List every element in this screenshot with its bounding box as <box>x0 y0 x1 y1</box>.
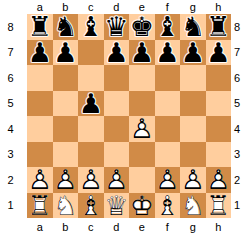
square-a5[interactable] <box>27 91 53 117</box>
rank-labels-right: 87654321 <box>231 14 243 218</box>
piece-black-pawn[interactable]: ♟ <box>206 40 232 66</box>
piece-outline: ♙ <box>27 167 53 193</box>
square-a7[interactable]: ♟ <box>27 40 53 66</box>
piece-black-pawn[interactable]: ♟ <box>78 91 104 117</box>
piece-white-knight[interactable]: ♞♘ <box>180 193 206 219</box>
piece-glyph: ♟ <box>53 40 79 66</box>
square-c7[interactable] <box>78 40 104 66</box>
chessboard-widget: abcdefgh 87654321 ♜♞♝♛♚♝♞♜♟♟♟♟♟♟♟♟♟♙♟♙♟♙… <box>0 0 243 240</box>
rank-label-5-left: 5 <box>0 91 21 117</box>
piece-white-pawn[interactable]: ♟♙ <box>27 167 53 193</box>
piece-glyph: ♟ <box>129 40 155 66</box>
piece-glyph: ♚ <box>129 14 155 40</box>
rank-label-5-right: 5 <box>231 91 243 117</box>
square-b7[interactable]: ♟ <box>53 40 79 66</box>
rank-label-8-left: 8 <box>0 14 21 40</box>
rank-label-3-right: 3 <box>231 142 243 168</box>
piece-glyph: ♞ <box>180 14 206 40</box>
piece-outline: ♙ <box>78 167 104 193</box>
piece-outline: ♙ <box>104 167 130 193</box>
piece-black-rook[interactable]: ♜ <box>27 14 53 40</box>
piece-outline: ♙ <box>155 167 181 193</box>
piece-black-knight[interactable]: ♞ <box>53 14 79 40</box>
piece-glyph: ♟ <box>78 91 104 117</box>
rank-label-1-right: 1 <box>231 193 243 219</box>
piece-glyph: ♝ <box>155 14 181 40</box>
square-b8[interactable]: ♞ <box>53 14 79 40</box>
piece-glyph: ♟ <box>206 40 232 66</box>
square-a4[interactable] <box>27 116 53 142</box>
square-d6[interactable] <box>104 65 130 91</box>
piece-white-pawn[interactable]: ♟♙ <box>78 167 104 193</box>
piece-glyph: ♟ <box>155 40 181 66</box>
file-label-e-bottom: e <box>129 220 155 234</box>
square-g6[interactable] <box>180 65 206 91</box>
square-a2[interactable]: ♟♙ <box>27 167 53 193</box>
square-e1[interactable]: ♚♔ <box>129 193 155 219</box>
chess-board[interactable]: ♜♞♝♛♚♝♞♜♟♟♟♟♟♟♟♟♟♙♟♙♟♙♟♙♟♙♟♙♟♙♟♙♜♖♞♘♝♗♛♕… <box>27 14 231 218</box>
square-e5[interactable] <box>129 91 155 117</box>
piece-glyph: ♞ <box>53 14 79 40</box>
piece-outline: ♖ <box>27 193 53 219</box>
piece-glyph: ♜ <box>206 14 232 40</box>
piece-white-pawn[interactable]: ♟♙ <box>155 167 181 193</box>
piece-outline: ♗ <box>155 193 181 219</box>
square-h1[interactable]: ♜♖ <box>206 193 232 219</box>
piece-white-rook[interactable]: ♜♖ <box>206 193 232 219</box>
piece-black-king[interactable]: ♚ <box>129 14 155 40</box>
piece-black-pawn[interactable]: ♟ <box>53 40 79 66</box>
piece-outline: ♙ <box>129 116 155 142</box>
piece-white-king[interactable]: ♚♔ <box>129 193 155 219</box>
piece-black-pawn[interactable]: ♟ <box>129 40 155 66</box>
file-label-d-bottom: d <box>104 220 130 234</box>
square-f6[interactable] <box>155 65 181 91</box>
square-b4[interactable] <box>53 116 79 142</box>
piece-outline: ♙ <box>180 167 206 193</box>
square-h2[interactable]: ♟♙ <box>206 167 232 193</box>
piece-white-pawn[interactable]: ♟♙ <box>53 167 79 193</box>
square-a6[interactable] <box>27 65 53 91</box>
square-g5[interactable] <box>180 91 206 117</box>
rank-label-6-right: 6 <box>231 65 243 91</box>
piece-white-bishop[interactable]: ♝♗ <box>155 193 181 219</box>
piece-outline: ♗ <box>78 193 104 219</box>
square-h5[interactable] <box>206 91 232 117</box>
file-labels-bottom: abcdefgh <box>27 220 231 234</box>
square-b5[interactable] <box>53 91 79 117</box>
rank-labels-left: 87654321 <box>0 14 21 218</box>
square-c2[interactable]: ♟♙ <box>78 167 104 193</box>
rank-label-4-right: 4 <box>231 116 243 142</box>
square-c1[interactable]: ♝♗ <box>78 193 104 219</box>
square-c4[interactable] <box>78 116 104 142</box>
piece-black-pawn[interactable]: ♟ <box>155 40 181 66</box>
piece-black-rook[interactable]: ♜ <box>206 14 232 40</box>
file-label-h-bottom: h <box>206 220 232 234</box>
square-b2[interactable]: ♟♙ <box>53 167 79 193</box>
square-h3[interactable] <box>206 142 232 168</box>
rank-label-2-right: 2 <box>231 167 243 193</box>
square-c8[interactable]: ♝ <box>78 14 104 40</box>
square-a1[interactable]: ♜♖ <box>27 193 53 219</box>
file-label-c-bottom: c <box>78 220 104 234</box>
square-b3[interactable] <box>53 142 79 168</box>
piece-outline: ♘ <box>180 193 206 219</box>
square-h6[interactable] <box>206 65 232 91</box>
piece-outline: ♘ <box>53 193 79 219</box>
square-d4[interactable] <box>104 116 130 142</box>
piece-glyph: ♟ <box>27 40 53 66</box>
rank-label-1-left: 1 <box>0 193 21 219</box>
piece-black-pawn[interactable]: ♟ <box>104 40 130 66</box>
square-d3[interactable] <box>104 142 130 168</box>
piece-outline: ♙ <box>53 167 79 193</box>
file-label-b-bottom: b <box>53 220 79 234</box>
square-a3[interactable] <box>27 142 53 168</box>
rank-label-7-left: 7 <box>0 40 21 66</box>
piece-black-bishop[interactable]: ♝ <box>155 14 181 40</box>
piece-glyph: ♛ <box>104 14 130 40</box>
square-h7[interactable]: ♟ <box>206 40 232 66</box>
square-g7[interactable]: ♟ <box>180 40 206 66</box>
square-d7[interactable]: ♟ <box>104 40 130 66</box>
file-label-a-bottom: a <box>27 220 53 234</box>
rank-label-8-right: 8 <box>231 14 243 40</box>
square-g2[interactable]: ♟♙ <box>180 167 206 193</box>
piece-black-queen[interactable]: ♛ <box>104 14 130 40</box>
piece-black-bishop[interactable]: ♝ <box>78 14 104 40</box>
square-g8[interactable]: ♞ <box>180 14 206 40</box>
square-f7[interactable]: ♟ <box>155 40 181 66</box>
piece-white-pawn[interactable]: ♟♙ <box>180 167 206 193</box>
piece-glyph: ♟ <box>104 40 130 66</box>
piece-black-knight[interactable]: ♞ <box>180 14 206 40</box>
piece-black-pawn[interactable]: ♟ <box>27 40 53 66</box>
piece-white-queen[interactable]: ♛♕ <box>104 193 130 219</box>
square-f3[interactable] <box>155 142 181 168</box>
piece-glyph: ♝ <box>78 14 104 40</box>
square-d8[interactable]: ♛ <box>104 14 130 40</box>
piece-outline: ♖ <box>206 193 232 219</box>
piece-white-knight[interactable]: ♞♘ <box>53 193 79 219</box>
square-b1[interactable]: ♞♘ <box>53 193 79 219</box>
square-f8[interactable]: ♝ <box>155 14 181 40</box>
square-g3[interactable] <box>180 142 206 168</box>
piece-white-pawn[interactable]: ♟♙ <box>206 167 232 193</box>
square-d5[interactable] <box>104 91 130 117</box>
square-e6[interactable] <box>129 65 155 91</box>
square-f4[interactable] <box>155 116 181 142</box>
piece-white-bishop[interactable]: ♝♗ <box>78 193 104 219</box>
piece-outline: ♙ <box>206 167 232 193</box>
piece-glyph: ♜ <box>27 14 53 40</box>
square-f2[interactable]: ♟♙ <box>155 167 181 193</box>
rank-label-3-left: 3 <box>0 142 21 168</box>
square-e2[interactable] <box>129 167 155 193</box>
piece-white-pawn[interactable]: ♟♙ <box>104 167 130 193</box>
square-a8[interactable]: ♜ <box>27 14 53 40</box>
piece-white-rook[interactable]: ♜♖ <box>27 193 53 219</box>
square-e8[interactable]: ♚ <box>129 14 155 40</box>
rank-label-2-left: 2 <box>0 167 21 193</box>
square-c6[interactable] <box>78 65 104 91</box>
piece-outline: ♕ <box>104 193 130 219</box>
rank-label-4-left: 4 <box>0 116 21 142</box>
file-label-f-bottom: f <box>155 220 181 234</box>
square-h8[interactable]: ♜ <box>206 14 232 40</box>
square-f5[interactable] <box>155 91 181 117</box>
square-g1[interactable]: ♞♘ <box>180 193 206 219</box>
rank-label-7-right: 7 <box>231 40 243 66</box>
square-f1[interactable]: ♝♗ <box>155 193 181 219</box>
square-b6[interactable] <box>53 65 79 91</box>
square-d1[interactable]: ♛♕ <box>104 193 130 219</box>
file-label-g-bottom: g <box>180 220 206 234</box>
square-c3[interactable] <box>78 142 104 168</box>
square-e3[interactable] <box>129 142 155 168</box>
rank-label-6-left: 6 <box>0 65 21 91</box>
square-c5[interactable]: ♟ <box>78 91 104 117</box>
square-e4[interactable]: ♟♙ <box>129 116 155 142</box>
piece-black-pawn[interactable]: ♟ <box>180 40 206 66</box>
square-h4[interactable] <box>206 116 232 142</box>
square-d2[interactable]: ♟♙ <box>104 167 130 193</box>
square-e7[interactable]: ♟ <box>129 40 155 66</box>
piece-white-pawn[interactable]: ♟♙ <box>129 116 155 142</box>
piece-glyph: ♟ <box>180 40 206 66</box>
piece-outline: ♔ <box>129 193 155 219</box>
square-g4[interactable] <box>180 116 206 142</box>
